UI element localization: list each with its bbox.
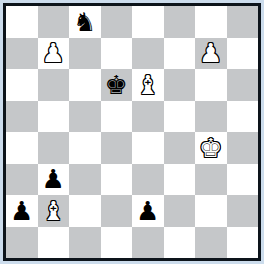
square-f8[interactable] bbox=[164, 6, 196, 38]
white-pawn-b7[interactable]: ♟ bbox=[42, 40, 65, 66]
square-e5[interactable] bbox=[132, 101, 164, 133]
square-d1[interactable] bbox=[101, 227, 133, 259]
square-b1[interactable] bbox=[38, 227, 70, 259]
square-c5[interactable] bbox=[69, 101, 101, 133]
square-a2[interactable]: ♟ bbox=[6, 195, 38, 227]
square-g2[interactable] bbox=[195, 195, 227, 227]
black-pawn-e2[interactable]: ♟ bbox=[136, 198, 159, 224]
square-h1[interactable] bbox=[227, 227, 259, 259]
square-e8[interactable] bbox=[132, 6, 164, 38]
white-king-g4[interactable]: ♚ bbox=[199, 135, 222, 161]
square-d7[interactable] bbox=[101, 38, 133, 70]
black-pawn-a2[interactable]: ♟ bbox=[10, 198, 33, 224]
black-king-d6[interactable]: ♚ bbox=[105, 72, 128, 98]
square-c1[interactable] bbox=[69, 227, 101, 259]
square-e4[interactable] bbox=[132, 132, 164, 164]
square-c8[interactable]: ♞ bbox=[69, 6, 101, 38]
square-d2[interactable] bbox=[101, 195, 133, 227]
square-c2[interactable] bbox=[69, 195, 101, 227]
square-h8[interactable] bbox=[227, 6, 259, 38]
chess-board: ♞♟♟♚♝♚♟♟♝♟ bbox=[6, 6, 258, 258]
square-f3[interactable] bbox=[164, 164, 196, 196]
square-h3[interactable] bbox=[227, 164, 259, 196]
square-c4[interactable] bbox=[69, 132, 101, 164]
square-a8[interactable] bbox=[6, 6, 38, 38]
black-knight-c8[interactable]: ♞ bbox=[73, 9, 96, 35]
white-pawn-g7[interactable]: ♟ bbox=[199, 40, 222, 66]
square-d8[interactable] bbox=[101, 6, 133, 38]
square-f6[interactable] bbox=[164, 69, 196, 101]
square-f5[interactable] bbox=[164, 101, 196, 133]
square-a1[interactable] bbox=[6, 227, 38, 259]
square-h7[interactable] bbox=[227, 38, 259, 70]
square-g6[interactable] bbox=[195, 69, 227, 101]
square-e3[interactable] bbox=[132, 164, 164, 196]
square-e6[interactable]: ♝ bbox=[132, 69, 164, 101]
square-c6[interactable] bbox=[69, 69, 101, 101]
square-f4[interactable] bbox=[164, 132, 196, 164]
square-c3[interactable] bbox=[69, 164, 101, 196]
square-f2[interactable] bbox=[164, 195, 196, 227]
square-d4[interactable] bbox=[101, 132, 133, 164]
white-bishop-b2[interactable]: ♝ bbox=[42, 198, 65, 224]
square-g1[interactable] bbox=[195, 227, 227, 259]
square-e2[interactable]: ♟ bbox=[132, 195, 164, 227]
square-e1[interactable] bbox=[132, 227, 164, 259]
square-b3[interactable]: ♟ bbox=[38, 164, 70, 196]
square-a3[interactable] bbox=[6, 164, 38, 196]
square-g8[interactable] bbox=[195, 6, 227, 38]
square-g7[interactable]: ♟ bbox=[195, 38, 227, 70]
square-c7[interactable] bbox=[69, 38, 101, 70]
square-b2[interactable]: ♝ bbox=[38, 195, 70, 227]
square-h4[interactable] bbox=[227, 132, 259, 164]
square-a6[interactable] bbox=[6, 69, 38, 101]
square-b4[interactable] bbox=[38, 132, 70, 164]
square-f1[interactable] bbox=[164, 227, 196, 259]
square-h6[interactable] bbox=[227, 69, 259, 101]
square-d6[interactable]: ♚ bbox=[101, 69, 133, 101]
square-a5[interactable] bbox=[6, 101, 38, 133]
square-b8[interactable] bbox=[38, 6, 70, 38]
white-bishop-e6[interactable]: ♝ bbox=[136, 72, 159, 98]
square-g5[interactable] bbox=[195, 101, 227, 133]
square-a7[interactable] bbox=[6, 38, 38, 70]
square-a4[interactable] bbox=[6, 132, 38, 164]
square-h2[interactable] bbox=[227, 195, 259, 227]
square-b5[interactable] bbox=[38, 101, 70, 133]
square-f7[interactable] bbox=[164, 38, 196, 70]
square-d5[interactable] bbox=[101, 101, 133, 133]
square-g4[interactable]: ♚ bbox=[195, 132, 227, 164]
square-h5[interactable] bbox=[227, 101, 259, 133]
square-g3[interactable] bbox=[195, 164, 227, 196]
square-b6[interactable] bbox=[38, 69, 70, 101]
diagram-background: ♞♟♟♚♝♚♟♟♝♟ bbox=[0, 0, 264, 264]
square-e7[interactable] bbox=[132, 38, 164, 70]
board-frame: ♞♟♟♚♝♚♟♟♝♟ bbox=[3, 3, 261, 261]
black-pawn-b3[interactable]: ♟ bbox=[42, 166, 65, 192]
square-d3[interactable] bbox=[101, 164, 133, 196]
square-b7[interactable]: ♟ bbox=[38, 38, 70, 70]
